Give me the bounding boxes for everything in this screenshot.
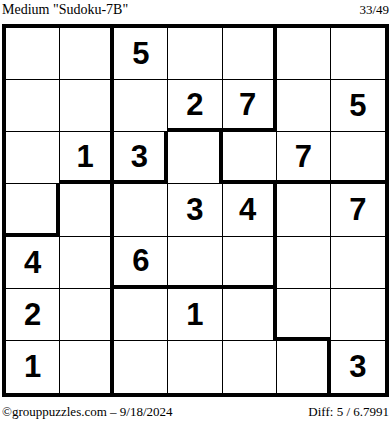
cell-r3c2-given: 1: [60, 132, 114, 184]
remaining-counter: 33/49: [359, 2, 389, 18]
cell-r4c1[interactable]: [6, 184, 60, 236]
cell-r6c4-given: 1: [168, 289, 222, 341]
footer: ©grouppuzzles.com – 9/18/2024 Diff: 5 / …: [0, 397, 391, 420]
cell-r2c2[interactable]: [60, 80, 114, 132]
cell-r4c3[interactable]: [114, 184, 168, 236]
puzzle-page: Medium "Sudoku-7B" 33/49 527513734746211…: [0, 0, 391, 426]
cell-r2c5-given: 7: [223, 80, 277, 132]
cell-r2c4-given: 2: [168, 80, 222, 132]
cell-r1c4[interactable]: [168, 28, 222, 80]
cell-r5c1-given: 4: [6, 237, 60, 289]
cell-r5c3-given: 6: [114, 237, 168, 289]
cell-r1c3-given: 5: [114, 28, 168, 80]
cell-r4c6[interactable]: [277, 184, 331, 236]
cell-r4c7-given: 7: [331, 184, 385, 236]
cell-r3c7[interactable]: [331, 132, 385, 184]
cell-r3c5[interactable]: [223, 132, 277, 184]
cell-r2c7-given: 5: [331, 80, 385, 132]
cell-r2c6[interactable]: [277, 80, 331, 132]
cell-r6c3[interactable]: [114, 289, 168, 341]
cell-r5c6[interactable]: [277, 237, 331, 289]
cell-r1c1[interactable]: [6, 28, 60, 80]
cell-r5c4[interactable]: [168, 237, 222, 289]
cell-r1c7[interactable]: [331, 28, 385, 80]
difficulty-text: Diff: 5 / 6.7991: [308, 404, 389, 420]
cell-r2c3[interactable]: [114, 80, 168, 132]
cell-r7c2[interactable]: [60, 341, 114, 393]
cell-r1c6[interactable]: [277, 28, 331, 80]
cell-r7c3[interactable]: [114, 341, 168, 393]
cell-r1c2[interactable]: [60, 28, 114, 80]
cell-r6c7[interactable]: [331, 289, 385, 341]
cell-r3c6-given: 7: [277, 132, 331, 184]
cell-r7c7-given: 3: [331, 341, 385, 393]
cell-r5c2[interactable]: [60, 237, 114, 289]
cell-r5c7[interactable]: [331, 237, 385, 289]
sudoku-board: 5275137347462113: [2, 24, 389, 397]
cell-r4c4-given: 3: [168, 184, 222, 236]
cell-r5c5[interactable]: [223, 237, 277, 289]
cell-r7c6[interactable]: [277, 341, 331, 393]
cell-r3c3-given: 3: [114, 132, 168, 184]
cell-r7c5[interactable]: [223, 341, 277, 393]
puzzle-title: Medium "Sudoku-7B": [2, 2, 128, 18]
cell-r6c1-given: 2: [6, 289, 60, 341]
cell-r3c1[interactable]: [6, 132, 60, 184]
cell-r4c5-given: 4: [223, 184, 277, 236]
cell-r7c1-given: 1: [6, 341, 60, 393]
cell-r4c2[interactable]: [60, 184, 114, 236]
cell-r6c2[interactable]: [60, 289, 114, 341]
copyright-text: ©grouppuzzles.com – 9/18/2024: [2, 404, 173, 420]
cell-r6c6[interactable]: [277, 289, 331, 341]
cell-r1c5[interactable]: [223, 28, 277, 80]
header: Medium "Sudoku-7B" 33/49: [0, 0, 391, 24]
cell-r6c5[interactable]: [223, 289, 277, 341]
cell-r7c4[interactable]: [168, 341, 222, 393]
cell-r3c4[interactable]: [168, 132, 222, 184]
cell-r2c1[interactable]: [6, 80, 60, 132]
